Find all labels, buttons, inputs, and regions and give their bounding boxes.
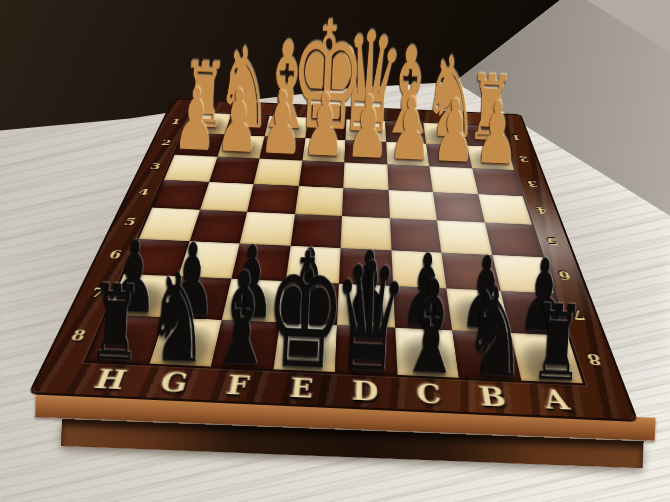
black-king: ♚	[263, 230, 348, 392]
rank-label-right-8: 8	[584, 350, 604, 369]
square-b2: ♟	[426, 143, 472, 168]
square-a4	[478, 194, 532, 225]
rank-label-left-3: 3	[149, 161, 163, 171]
white-pawn: ♟	[301, 82, 347, 169]
rank-label-left-4: 4	[136, 187, 151, 198]
white-pawn: ♟	[172, 77, 218, 164]
black-rook: ♜	[530, 290, 586, 396]
photo-scene: 12345678 12345678 HGFEDCBA ♜♞♝♚♛♝♞♜♟♟♟♟♟…	[0, 0, 670, 502]
white-pawn: ♟	[215, 79, 261, 166]
square-e8: ♚	[273, 322, 337, 372]
rank-label-right-4: 4	[535, 205, 549, 216]
white-pawn: ♟	[345, 84, 391, 171]
square-h4	[152, 180, 209, 210]
black-knight: ♞	[145, 256, 211, 382]
square-c4	[388, 190, 437, 220]
rank-label-left-8: 8	[68, 327, 89, 345]
square-f4	[247, 184, 298, 214]
chess-board-wrapper: 12345678 12345678 HGFEDCBA ♜♞♝♚♛♝♞♜♟♟♟♟♟…	[112, 0, 572, 446]
square-c2: ♟	[386, 142, 430, 167]
square-f2: ♟	[259, 136, 305, 160]
square-d4	[342, 188, 389, 218]
rank-label-left-2: 2	[160, 138, 173, 147]
black-knight: ♞	[462, 270, 528, 396]
square-b4	[433, 192, 484, 223]
square-e2: ♟	[302, 138, 346, 163]
rank-label-right-2: 2	[518, 154, 530, 163]
square-g4	[200, 182, 254, 212]
black-rook: ♜	[88, 270, 144, 376]
white-pawn: ♟	[388, 86, 434, 173]
rank-label-right-1: 1	[510, 133, 521, 141]
white-pawn: ♟	[431, 88, 477, 175]
white-pawn: ♟	[258, 80, 304, 167]
rank-label-right-3: 3	[526, 178, 539, 188]
square-d8: ♛	[335, 325, 397, 375]
square-d2: ♟	[344, 140, 386, 165]
square-e4	[295, 186, 344, 216]
